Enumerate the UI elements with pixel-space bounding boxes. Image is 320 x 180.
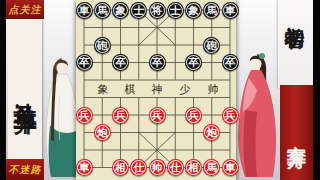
badge-text: 弃车方 (284, 130, 310, 136)
piece-red-soldier[interactable]: 兵 (76, 107, 93, 124)
river-text-char: 少 (179, 82, 191, 97)
river-text-char: 帅 (207, 82, 219, 97)
subtitle-text: 初学者 (282, 10, 309, 16)
dont-get-lost-banner: 不迷路 (6, 159, 44, 180)
main-title: 让单马弃车 (10, 84, 41, 94)
right-woman-illustration (231, 50, 281, 180)
piece-red-soldier[interactable]: 兵 (112, 107, 129, 124)
piece-black-elephant[interactable]: 象 (185, 2, 202, 19)
piece-black-soldier[interactable]: 卒 (149, 54, 166, 71)
piece-red-chariot[interactable]: 車 (76, 159, 93, 176)
right-black-edge (313, 0, 320, 180)
thumbnail-stage: 象 棋 神 少 帅 車馬象士将士象馬車砲砲卒卒卒卒卒兵兵兵兵兵炮炮車相仕帅仕相馬… (0, 0, 320, 180)
river-text-char: 神 (151, 82, 163, 97)
river-text-char: 象 (97, 82, 109, 97)
dont-get-lost-label: 不迷路 (9, 163, 42, 177)
piece-red-soldier[interactable]: 兵 (149, 107, 166, 124)
piece-black-cannon[interactable]: 砲 (203, 37, 220, 54)
piece-black-cannon[interactable]: 砲 (94, 37, 111, 54)
follow-banner: 点关注 (6, 0, 44, 19)
piece-black-elephant[interactable]: 象 (112, 2, 129, 19)
badge-panel: 弃车方 (280, 85, 313, 180)
piece-black-soldier[interactable]: 卒 (185, 54, 202, 71)
piece-black-chariot[interactable]: 車 (76, 2, 93, 19)
piece-black-general[interactable]: 将 (149, 2, 166, 19)
piece-red-soldier[interactable]: 兵 (222, 107, 239, 124)
piece-red-general[interactable]: 帅 (149, 159, 166, 176)
piece-black-horse[interactable]: 馬 (94, 2, 111, 19)
subtitle-panel: 初学者 (278, 0, 313, 88)
xiangqi-board: 象 棋 神 少 帅 車馬象士将士象馬車砲砲卒卒卒卒卒兵兵兵兵兵炮炮車相仕帅仕相馬… (76, 0, 236, 180)
piece-black-soldier[interactable]: 卒 (76, 54, 93, 71)
piece-black-chariot[interactable]: 車 (222, 2, 239, 19)
piece-black-soldier[interactable]: 卒 (222, 54, 239, 71)
piece-black-soldier[interactable]: 卒 (112, 54, 129, 71)
follow-banner-label: 点关注 (9, 3, 42, 17)
piece-black-horse[interactable]: 馬 (203, 2, 220, 19)
piece-black-advisor[interactable]: 士 (130, 2, 147, 19)
left-black-edge (0, 0, 6, 180)
title-strip: 让单马弃车 (8, 19, 42, 159)
piece-red-elephant[interactable]: 相 (185, 159, 202, 176)
piece-red-soldier[interactable]: 兵 (185, 107, 202, 124)
river-text-char: 棋 (124, 82, 136, 97)
piece-red-chariot[interactable]: 車 (222, 159, 239, 176)
piece-red-advisor[interactable]: 仕 (167, 159, 184, 176)
piece-red-elephant[interactable]: 相 (112, 159, 129, 176)
piece-red-cannon[interactable]: 炮 (94, 124, 111, 141)
piece-black-advisor[interactable]: 士 (167, 2, 184, 19)
